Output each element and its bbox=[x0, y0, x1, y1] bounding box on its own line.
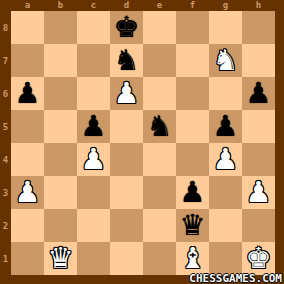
piece-white-pawn-h3: ♟ bbox=[246, 176, 272, 209]
piece-white-pawn-g4: ♟ bbox=[213, 143, 239, 176]
square-g3 bbox=[209, 176, 242, 209]
square-d6: ♟ bbox=[110, 77, 143, 110]
piece-white-pawn-c4: ♟ bbox=[81, 143, 107, 176]
square-h6: ♟ bbox=[242, 77, 275, 110]
piece-white-queen-b1: ♛ bbox=[48, 242, 74, 275]
square-c3 bbox=[77, 176, 110, 209]
square-d7: ♞ bbox=[110, 44, 143, 77]
piece-white-king-h1: ♚ bbox=[246, 242, 272, 275]
watermark-text: CHESSGAMES.COM bbox=[189, 272, 282, 284]
square-d5 bbox=[110, 110, 143, 143]
square-d8: ♚ bbox=[110, 11, 143, 44]
piece-black-pawn-f3: ♟ bbox=[180, 176, 206, 209]
square-b1: ♛ bbox=[44, 242, 77, 275]
square-a6: ♟ bbox=[11, 77, 44, 110]
square-f7 bbox=[176, 44, 209, 77]
square-f1: ♝ bbox=[176, 242, 209, 275]
piece-black-queen-f2: ♛ bbox=[180, 209, 206, 242]
file-label-f: f bbox=[176, 0, 209, 11]
file-label-d: d bbox=[110, 0, 143, 11]
piece-black-pawn-g5: ♟ bbox=[213, 110, 239, 143]
rank-label-4: 4 bbox=[0, 143, 11, 176]
square-a7 bbox=[11, 44, 44, 77]
square-c4: ♟ bbox=[77, 143, 110, 176]
rank-label-2: 2 bbox=[0, 209, 11, 242]
rank-labels: 87654321 bbox=[0, 11, 11, 275]
square-e5: ♞ bbox=[143, 110, 176, 143]
square-h7 bbox=[242, 44, 275, 77]
piece-black-pawn-h6: ♟ bbox=[246, 77, 272, 110]
square-h1: ♚ bbox=[242, 242, 275, 275]
square-h8 bbox=[242, 11, 275, 44]
file-label-c: c bbox=[77, 0, 110, 11]
piece-black-king-d8: ♚ bbox=[114, 11, 140, 44]
square-d4 bbox=[110, 143, 143, 176]
piece-white-knight-g7: ♞ bbox=[213, 44, 239, 77]
square-h4 bbox=[242, 143, 275, 176]
file-label-e: e bbox=[143, 0, 176, 11]
square-g8 bbox=[209, 11, 242, 44]
piece-black-knight-d7: ♞ bbox=[114, 44, 140, 77]
piece-white-pawn-d6: ♟ bbox=[114, 77, 140, 110]
square-f4 bbox=[176, 143, 209, 176]
square-b6 bbox=[44, 77, 77, 110]
square-f2: ♛ bbox=[176, 209, 209, 242]
square-f6 bbox=[176, 77, 209, 110]
square-b8 bbox=[44, 11, 77, 44]
piece-white-pawn-a3: ♟ bbox=[15, 176, 41, 209]
square-e8 bbox=[143, 11, 176, 44]
square-e2 bbox=[143, 209, 176, 242]
piece-black-pawn-a6: ♟ bbox=[15, 77, 41, 110]
piece-black-knight-e5: ♞ bbox=[147, 110, 173, 143]
square-c7 bbox=[77, 44, 110, 77]
square-d2 bbox=[110, 209, 143, 242]
square-a8 bbox=[11, 11, 44, 44]
file-label-b: b bbox=[44, 0, 77, 11]
square-e6 bbox=[143, 77, 176, 110]
square-g1 bbox=[209, 242, 242, 275]
rank-label-5: 5 bbox=[0, 110, 11, 143]
piece-white-bishop-f1: ♝ bbox=[180, 242, 206, 275]
square-h2 bbox=[242, 209, 275, 242]
square-g5: ♟ bbox=[209, 110, 242, 143]
square-a4 bbox=[11, 143, 44, 176]
square-g4: ♟ bbox=[209, 143, 242, 176]
square-h3: ♟ bbox=[242, 176, 275, 209]
square-c6 bbox=[77, 77, 110, 110]
rank-label-3: 3 bbox=[0, 176, 11, 209]
square-a5 bbox=[11, 110, 44, 143]
rank-label-8: 8 bbox=[0, 11, 11, 44]
square-c2 bbox=[77, 209, 110, 242]
rank-label-6: 6 bbox=[0, 77, 11, 110]
square-c1 bbox=[77, 242, 110, 275]
chess-diagram: abcdefgh 87654321 ♚♞♞♟♟♟♟♞♟♟♟♟♟♟♛♛♝♚ CHE… bbox=[0, 0, 284, 284]
square-e1 bbox=[143, 242, 176, 275]
file-labels: abcdefgh bbox=[11, 0, 275, 11]
rank-label-1: 1 bbox=[0, 242, 11, 275]
square-b2 bbox=[44, 209, 77, 242]
square-g2 bbox=[209, 209, 242, 242]
square-a1 bbox=[11, 242, 44, 275]
chess-board: ♚♞♞♟♟♟♟♞♟♟♟♟♟♟♛♛♝♚ bbox=[11, 11, 275, 275]
square-f5 bbox=[176, 110, 209, 143]
rank-label-7: 7 bbox=[0, 44, 11, 77]
square-c8 bbox=[77, 11, 110, 44]
square-c5: ♟ bbox=[77, 110, 110, 143]
square-f8 bbox=[176, 11, 209, 44]
file-label-h: h bbox=[242, 0, 275, 11]
square-f3: ♟ bbox=[176, 176, 209, 209]
file-label-a: a bbox=[11, 0, 44, 11]
square-a2 bbox=[11, 209, 44, 242]
square-g7: ♞ bbox=[209, 44, 242, 77]
square-b7 bbox=[44, 44, 77, 77]
square-e4 bbox=[143, 143, 176, 176]
file-label-g: g bbox=[209, 0, 242, 11]
square-a3: ♟ bbox=[11, 176, 44, 209]
square-h5 bbox=[242, 110, 275, 143]
square-e3 bbox=[143, 176, 176, 209]
square-b4 bbox=[44, 143, 77, 176]
square-g6 bbox=[209, 77, 242, 110]
square-d1 bbox=[110, 242, 143, 275]
square-b3 bbox=[44, 176, 77, 209]
piece-black-pawn-c5: ♟ bbox=[81, 110, 107, 143]
square-b5 bbox=[44, 110, 77, 143]
square-d3 bbox=[110, 176, 143, 209]
square-e7 bbox=[143, 44, 176, 77]
